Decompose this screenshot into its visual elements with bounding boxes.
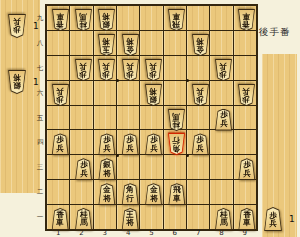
piece-face: 香車	[238, 10, 255, 30]
piece-face: 歩兵	[98, 134, 115, 154]
hoshi-dot	[186, 79, 189, 82]
piece-face: 桂馬	[75, 209, 92, 229]
board-cell[interactable]	[70, 106, 92, 130]
piece-tile: 歩兵	[191, 133, 210, 155]
piece-face: 角行	[168, 134, 185, 154]
piece-kanji: 兵	[220, 120, 228, 129]
rank-label: 一	[36, 213, 44, 221]
piece-face: 歩兵	[122, 134, 139, 154]
shogi-piece-8七[interactable]: 歩兵	[214, 59, 233, 81]
piece-tile: 歩兵	[51, 84, 70, 106]
piece-face: 香車	[52, 10, 69, 30]
board-cell[interactable]	[187, 180, 209, 204]
piece-kanji: 将	[196, 36, 204, 45]
piece-kanji: 将	[13, 72, 21, 81]
board-cell[interactable]	[210, 155, 232, 179]
piece-tile: 歩兵	[214, 109, 233, 131]
hand-piece-count: 1	[33, 77, 39, 87]
board-cell[interactable]	[187, 106, 209, 130]
shogi-piece-9一[interactable]: 香車	[237, 208, 256, 230]
piece-face: 歩兵	[145, 60, 162, 80]
rank-label: 四	[36, 138, 44, 146]
turn-indicator: 後手番	[259, 26, 300, 39]
piece-face: 金将	[145, 184, 162, 204]
piece-kanji: 飛	[173, 20, 181, 29]
piece-kanji: 車	[173, 195, 181, 204]
piece-tile: 金将	[191, 34, 210, 56]
shogi-board: 香車桂馬銀将飛車香車玉将金将金将歩兵歩兵歩兵歩兵歩兵歩兵銀将歩兵歩兵桂馬歩兵歩兵…	[45, 4, 258, 231]
board-cell[interactable]	[187, 205, 209, 229]
piece-kanji: 兵	[150, 61, 158, 70]
file-label: 1	[54, 230, 62, 237]
shogi-piece-6五[interactable]: 桂馬	[167, 109, 186, 131]
piece-face: 歩兵	[122, 60, 139, 80]
shogi-piece-5七[interactable]: 歩兵	[144, 59, 163, 81]
board-cell[interactable]	[210, 6, 232, 30]
piece-face: 銀将	[98, 159, 115, 179]
piece-tile: 歩兵	[97, 59, 116, 81]
piece-tile: 歩兵	[214, 59, 233, 81]
piece-kanji: 歩	[13, 25, 21, 34]
piece-kanji: 銀	[13, 81, 21, 90]
piece-kanji: 兵	[196, 86, 204, 95]
piece-tile: 歩兵	[74, 158, 93, 180]
piece-kanji: 香	[243, 20, 251, 29]
piece-tile: 銀将	[97, 158, 116, 180]
piece-tile: 歩兵	[74, 59, 93, 81]
piece-kanji: 玉	[103, 44, 111, 53]
piece-tile: 飛車	[167, 183, 186, 205]
board-cell[interactable]	[94, 81, 116, 105]
piece-kanji: 兵	[13, 16, 21, 25]
board-cell[interactable]	[47, 106, 69, 130]
rank-label: 九	[36, 14, 44, 22]
shogi-piece-9三[interactable]: 歩兵	[237, 158, 256, 180]
file-label: 5	[148, 230, 156, 237]
piece-tile: 銀将	[97, 9, 116, 31]
piece-tile: 角行	[167, 133, 186, 155]
piece-kanji: 歩	[150, 69, 158, 78]
board-cell[interactable]	[117, 81, 139, 105]
piece-tile: 香車	[237, 9, 256, 31]
board-cell[interactable]	[140, 106, 162, 130]
piece-tile: 桂馬	[74, 9, 93, 31]
piece-kanji: 馬	[80, 219, 88, 228]
board-cell[interactable]	[94, 205, 116, 229]
piece-kanji: 歩	[220, 69, 228, 78]
hand-piece-entry: 歩兵1	[7, 14, 39, 38]
piece-kanji: 車	[56, 219, 64, 228]
piece-tile: 桂馬	[167, 109, 186, 131]
board-cell[interactable]	[210, 180, 232, 204]
piece-kanji: 車	[173, 11, 181, 20]
board-cell[interactable]	[140, 31, 162, 55]
piece-tile: 歩兵	[121, 133, 140, 155]
shogi-piece-1六[interactable]: 歩兵	[51, 84, 70, 106]
piece-kanji: 桂	[80, 20, 88, 29]
piece-face: 角行	[122, 184, 139, 204]
board-cell[interactable]	[187, 6, 209, 30]
rank-label: 三	[36, 163, 44, 171]
piece-kanji: 兵	[243, 170, 251, 179]
piece-kanji: 兵	[243, 86, 251, 95]
piece-kanji: 行	[173, 135, 181, 144]
piece-kanji: 兵	[150, 145, 158, 154]
piece-kanji: 歩	[103, 69, 111, 78]
piece-kanji: 兵	[80, 170, 88, 179]
shogi-piece-2九[interactable]: 桂馬	[74, 9, 93, 31]
shogi-piece-9六[interactable]: 歩兵	[237, 84, 256, 106]
piece-kanji: 金	[126, 44, 134, 53]
board-cell[interactable]	[70, 130, 92, 154]
board-cell[interactable]	[47, 56, 69, 80]
shogi-piece-3八[interactable]: 玉将	[97, 34, 116, 56]
board-cell[interactable]	[94, 106, 116, 130]
rank-label: 七	[36, 64, 44, 72]
piece-face: 銀将	[8, 71, 26, 93]
rank-label: 二	[36, 188, 44, 196]
shogi-piece-2三[interactable]: 歩兵	[74, 158, 93, 180]
piece-kanji: 金	[196, 44, 204, 53]
shogi-piece-2七[interactable]: 歩兵	[74, 59, 93, 81]
piece-face: 歩兵	[215, 60, 232, 80]
file-label: 9	[241, 230, 249, 237]
shogi-piece-1九[interactable]: 香車	[51, 9, 70, 31]
piece-face: 玉将	[98, 35, 115, 55]
file-label: 2	[78, 230, 86, 237]
piece-kanji: 銀	[103, 20, 111, 29]
shogi-piece-3二[interactable]: 金将	[97, 183, 116, 205]
piece-kanji: 兵	[220, 61, 228, 70]
piece-face: 歩兵	[145, 134, 162, 154]
shogi-piece-4八[interactable]: 金将	[121, 34, 140, 56]
shogi-piece-5二[interactable]: 金将	[144, 183, 163, 205]
board-cell[interactable]	[164, 155, 186, 179]
piece-face: 歩兵	[192, 85, 209, 105]
piece-face: 桂馬	[75, 10, 92, 30]
piece-tile: 玉将	[97, 34, 116, 56]
piece-face: 飛車	[168, 10, 185, 30]
piece-kanji: 馬	[173, 111, 181, 120]
shogi-piece-7四[interactable]: 歩兵	[191, 133, 210, 155]
hand-piece-count: 1	[33, 21, 39, 31]
file-label: 3	[101, 230, 109, 237]
board-cell[interactable]	[140, 205, 162, 229]
piece-kanji: 兵	[196, 145, 204, 154]
shogi-piece-7六[interactable]: 歩兵	[191, 84, 210, 106]
shogi-piece[interactable]: 歩兵	[7, 14, 27, 38]
shogi-piece-3四[interactable]: 歩兵	[97, 133, 116, 155]
board-cell[interactable]	[234, 130, 256, 154]
piece-face: 歩兵	[75, 60, 92, 80]
piece-face: 歩兵	[192, 134, 209, 154]
piece-kanji: 角	[173, 144, 181, 153]
piece-tile: 歩兵	[237, 158, 256, 180]
piece-face: 銀将	[145, 85, 162, 105]
board-cell[interactable]	[234, 180, 256, 204]
piece-face: 桂馬	[168, 110, 185, 130]
piece-kanji: 将	[103, 195, 111, 204]
board-cell[interactable]	[140, 6, 162, 30]
board-cell[interactable]	[140, 155, 162, 179]
piece-kanji: 兵	[56, 145, 64, 154]
board-cell[interactable]	[164, 205, 186, 229]
piece-face: 歩兵	[98, 60, 115, 80]
piece-face: 金将	[98, 184, 115, 204]
board-cell[interactable]	[187, 155, 209, 179]
shogi-piece-3七[interactable]: 歩兵	[97, 59, 116, 81]
piece-tile: 歩兵	[51, 133, 70, 155]
piece-kanji: 兵	[126, 145, 134, 154]
piece-face: 香車	[238, 209, 255, 229]
file-label: 8	[218, 230, 226, 237]
piece-kanji: 車	[243, 11, 251, 20]
board-cell[interactable]	[117, 6, 139, 30]
piece-tile: 金将	[144, 183, 163, 205]
piece-kanji: 馬	[220, 219, 228, 228]
piece-face: 歩兵	[52, 85, 69, 105]
shogi-piece-6四[interactable]: 角行	[167, 133, 186, 155]
board-cell[interactable]	[187, 56, 209, 80]
piece-tile: 金将	[121, 34, 140, 56]
piece-tile: 桂馬	[214, 208, 233, 230]
shogi-piece-8五[interactable]: 歩兵	[214, 109, 233, 131]
piece-kanji: 兵	[103, 61, 111, 70]
shogi-piece-9九[interactable]: 香車	[237, 9, 256, 31]
piece-face: 金将	[122, 35, 139, 55]
piece-tile: 飛車	[167, 9, 186, 31]
piece-kanji: 将	[126, 219, 134, 228]
shogi-piece-3三[interactable]: 銀将	[97, 158, 116, 180]
board-cell[interactable]	[70, 31, 92, 55]
piece-tile: 歩兵	[121, 59, 140, 81]
rank-label: 五	[36, 114, 44, 122]
shogi-piece-4二[interactable]: 角行	[121, 183, 140, 205]
piece-face: 歩兵	[264, 208, 282, 230]
board-cell[interactable]	[47, 180, 69, 204]
hand-piece-entry: 銀将1	[7, 70, 39, 94]
rank-label: 八	[36, 39, 44, 47]
board-cell[interactable]	[117, 155, 139, 179]
shogi-piece-7八[interactable]: 金将	[191, 34, 210, 56]
piece-kanji: 香	[56, 20, 64, 29]
piece-tile: 香車	[51, 9, 70, 31]
rank-label: 六	[36, 89, 44, 97]
shogi-piece-3九[interactable]: 銀将	[97, 9, 116, 31]
piece-tile: 王将	[121, 208, 140, 230]
shogi-piece-8一[interactable]: 桂馬	[214, 208, 233, 230]
piece-tile: 歩兵	[7, 14, 27, 38]
piece-kanji: 行	[126, 195, 134, 204]
piece-face: 香車	[52, 209, 69, 229]
board-cell[interactable]	[70, 180, 92, 204]
piece-kanji: 兵	[56, 86, 64, 95]
piece-tile: 銀将	[144, 84, 163, 106]
board-cell[interactable]	[47, 31, 69, 55]
board-cell[interactable]	[117, 106, 139, 130]
piece-tile: 歩兵	[144, 59, 163, 81]
piece-face: 歩兵	[75, 159, 92, 179]
piece-kanji: 車	[243, 219, 251, 228]
sente-hand: 歩兵1銀将1	[7, 14, 39, 94]
shogi-piece-5六[interactable]: 銀将	[144, 84, 163, 106]
hand-piece-count: 1	[289, 214, 295, 224]
piece-tile: 桂馬	[74, 208, 93, 230]
shogi-piece-5四[interactable]: 歩兵	[144, 133, 163, 155]
piece-kanji: 将	[126, 36, 134, 45]
piece-kanji: 将	[103, 36, 111, 45]
shogi-piece[interactable]: 歩兵	[263, 207, 283, 231]
piece-face: 飛車	[168, 184, 185, 204]
board-cell[interactable]	[47, 155, 69, 179]
board-cell[interactable]	[210, 81, 232, 105]
piece-tile: 香車	[51, 208, 70, 230]
piece-kanji: 兵	[80, 61, 88, 70]
shogi-piece-1一[interactable]: 香車	[51, 208, 70, 230]
file-label: 4	[124, 230, 132, 237]
gote-hand: 歩兵1	[263, 207, 295, 231]
piece-tile: 金将	[97, 183, 116, 205]
piece-tile: 銀将	[7, 70, 27, 94]
board-cell[interactable]	[234, 31, 256, 55]
piece-kanji: 車	[56, 11, 64, 20]
shogi-piece-6二[interactable]: 飛車	[167, 183, 186, 205]
shogi-piece-1四[interactable]: 歩兵	[51, 133, 70, 155]
piece-kanji: 馬	[80, 11, 88, 20]
piece-tile: 香車	[237, 208, 256, 230]
shogi-piece-4四[interactable]: 歩兵	[121, 133, 140, 155]
piece-face: 桂馬	[215, 209, 232, 229]
piece-face: 歩兵	[215, 110, 232, 130]
piece-kanji: 将	[150, 195, 158, 204]
piece-kanji: 歩	[126, 69, 134, 78]
piece-tile: 角行	[121, 183, 140, 205]
piece-kanji: 兵	[103, 145, 111, 154]
shogi-piece-4一[interactable]: 王将	[121, 208, 140, 230]
board-cell[interactable]	[164, 31, 186, 55]
piece-tile: 歩兵	[237, 84, 256, 106]
shogi-piece-2一[interactable]: 桂馬	[74, 208, 93, 230]
board-cell[interactable]	[234, 56, 256, 80]
shogi-piece-6九[interactable]: 飛車	[167, 9, 186, 31]
piece-kanji: 将	[103, 11, 111, 20]
piece-face: 銀将	[98, 10, 115, 30]
piece-tile: 歩兵	[144, 133, 163, 155]
piece-face: 歩兵	[238, 159, 255, 179]
hand-piece-entry: 歩兵1	[263, 207, 295, 231]
shogi-diagram: 後手番 香車桂馬銀将飛車香車玉将金将金将歩兵歩兵歩兵歩兵歩兵歩兵銀将歩兵歩兵桂馬…	[0, 0, 300, 237]
board-cell[interactable]	[210, 31, 232, 55]
piece-kanji: 歩	[80, 69, 88, 78]
shogi-piece[interactable]: 銀将	[7, 70, 27, 94]
shogi-piece-4七[interactable]: 歩兵	[121, 59, 140, 81]
piece-face: 歩兵	[8, 15, 26, 37]
piece-face: 王将	[122, 209, 139, 229]
board-cell[interactable]	[210, 130, 232, 154]
piece-face: 歩兵	[52, 134, 69, 154]
piece-kanji: 将	[150, 86, 158, 95]
piece-tile: 歩兵	[191, 84, 210, 106]
piece-tile: 歩兵	[263, 207, 283, 231]
piece-tile: 歩兵	[97, 133, 116, 155]
piece-kanji: 兵	[126, 61, 134, 70]
file-label: 7	[194, 230, 202, 237]
board-cell[interactable]	[70, 81, 92, 105]
piece-face: 金将	[192, 35, 209, 55]
piece-kanji: 兵	[269, 220, 277, 229]
piece-kanji: 将	[103, 170, 111, 179]
board-cell[interactable]	[164, 81, 186, 105]
board-cell[interactable]	[234, 106, 256, 130]
file-label: 6	[171, 230, 179, 237]
board-cell[interactable]	[164, 56, 186, 80]
piece-face: 歩兵	[238, 85, 255, 105]
